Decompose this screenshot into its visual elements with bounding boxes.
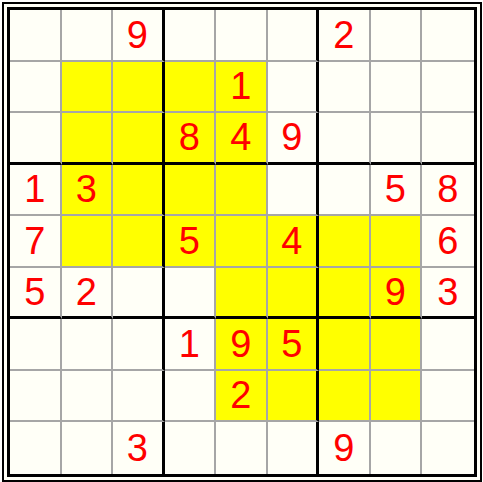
given-digit: 5 bbox=[385, 170, 406, 208]
cell-r5c6[interactable]: 4 bbox=[268, 216, 320, 268]
given-digit: 7 bbox=[24, 222, 45, 260]
cell-r1c5[interactable] bbox=[216, 10, 268, 62]
cell-r1c3[interactable]: 9 bbox=[113, 10, 165, 62]
cell-r7c4[interactable]: 1 bbox=[165, 319, 217, 371]
cell-r4c5[interactable] bbox=[216, 165, 268, 217]
cell-r7c2[interactable] bbox=[62, 319, 114, 371]
cell-r7c9[interactable] bbox=[422, 319, 474, 371]
given-digit: 1 bbox=[230, 67, 251, 105]
cell-r6c5[interactable] bbox=[216, 268, 268, 320]
given-digit: 5 bbox=[179, 222, 200, 260]
cell-r4c8[interactable]: 5 bbox=[371, 165, 423, 217]
cell-r2c4[interactable] bbox=[165, 62, 217, 114]
cell-r8c4[interactable] bbox=[165, 371, 217, 423]
cell-r6c6[interactable] bbox=[268, 268, 320, 320]
cell-r9c5[interactable] bbox=[216, 422, 268, 474]
given-digit: 9 bbox=[385, 273, 406, 311]
given-digit: 4 bbox=[230, 118, 251, 156]
given-digit: 9 bbox=[281, 118, 302, 156]
cell-r2c3[interactable] bbox=[113, 62, 165, 114]
cell-r9c3[interactable]: 3 bbox=[113, 422, 165, 474]
cell-r2c6[interactable] bbox=[268, 62, 320, 114]
cell-r3c8[interactable] bbox=[371, 113, 423, 165]
cell-r3c7[interactable] bbox=[319, 113, 371, 165]
cell-r6c2[interactable]: 2 bbox=[62, 268, 114, 320]
cell-r2c1[interactable] bbox=[10, 62, 62, 114]
cell-r8c2[interactable] bbox=[62, 371, 114, 423]
cell-r4c4[interactable] bbox=[165, 165, 217, 217]
cell-r2c2[interactable] bbox=[62, 62, 114, 114]
cell-r7c7[interactable] bbox=[319, 319, 371, 371]
cell-r8c1[interactable] bbox=[10, 371, 62, 423]
cell-r7c3[interactable] bbox=[113, 319, 165, 371]
cell-r6c3[interactable] bbox=[113, 268, 165, 320]
cell-r4c6[interactable] bbox=[268, 165, 320, 217]
cell-r5c2[interactable] bbox=[62, 216, 114, 268]
given-digit: 9 bbox=[127, 16, 148, 54]
cell-r6c7[interactable] bbox=[319, 268, 371, 320]
given-digit: 3 bbox=[437, 273, 458, 311]
cell-r1c1[interactable] bbox=[10, 10, 62, 62]
given-digit: 5 bbox=[24, 273, 45, 311]
cell-r3c2[interactable] bbox=[62, 113, 114, 165]
given-digit: 4 bbox=[281, 222, 302, 260]
cell-r3c4[interactable]: 8 bbox=[165, 113, 217, 165]
cell-r4c7[interactable] bbox=[319, 165, 371, 217]
cell-r6c8[interactable]: 9 bbox=[371, 268, 423, 320]
cell-r5c9[interactable]: 6 bbox=[422, 216, 474, 268]
cell-r9c7[interactable]: 9 bbox=[319, 422, 371, 474]
cell-r3c3[interactable] bbox=[113, 113, 165, 165]
cell-r1c6[interactable] bbox=[268, 10, 320, 62]
cell-r5c3[interactable] bbox=[113, 216, 165, 268]
cell-r3c1[interactable] bbox=[10, 113, 62, 165]
cell-r3c5[interactable]: 4 bbox=[216, 113, 268, 165]
sudoku-board-frame: 921849135875465293195239 bbox=[2, 2, 482, 482]
cell-r9c8[interactable] bbox=[371, 422, 423, 474]
cell-r5c1[interactable]: 7 bbox=[10, 216, 62, 268]
given-digit: 5 bbox=[281, 325, 302, 363]
cell-r1c7[interactable]: 2 bbox=[319, 10, 371, 62]
cell-r6c9[interactable]: 3 bbox=[422, 268, 474, 320]
cell-r7c5[interactable]: 9 bbox=[216, 319, 268, 371]
cell-r1c9[interactable] bbox=[422, 10, 474, 62]
given-digit: 9 bbox=[333, 429, 354, 467]
cell-r2c9[interactable] bbox=[422, 62, 474, 114]
cell-r5c7[interactable] bbox=[319, 216, 371, 268]
cell-r1c4[interactable] bbox=[165, 10, 217, 62]
cell-r7c1[interactable] bbox=[10, 319, 62, 371]
cell-r3c9[interactable] bbox=[422, 113, 474, 165]
given-digit: 8 bbox=[179, 118, 200, 156]
sudoku-board: 921849135875465293195239 bbox=[7, 7, 477, 477]
cell-r8c8[interactable] bbox=[371, 371, 423, 423]
cell-r9c9[interactable] bbox=[422, 422, 474, 474]
given-digit: 3 bbox=[127, 429, 148, 467]
cell-r8c3[interactable] bbox=[113, 371, 165, 423]
cell-r2c8[interactable] bbox=[371, 62, 423, 114]
cell-r5c8[interactable] bbox=[371, 216, 423, 268]
given-digit: 1 bbox=[179, 325, 200, 363]
cell-r1c8[interactable] bbox=[371, 10, 423, 62]
cell-r7c8[interactable] bbox=[371, 319, 423, 371]
given-digit: 2 bbox=[76, 273, 97, 311]
given-digit: 9 bbox=[230, 325, 251, 363]
cell-r2c5[interactable]: 1 bbox=[216, 62, 268, 114]
cell-r8c5[interactable]: 2 bbox=[216, 371, 268, 423]
cell-r4c9[interactable]: 8 bbox=[422, 165, 474, 217]
cell-r9c6[interactable] bbox=[268, 422, 320, 474]
cell-r9c2[interactable] bbox=[62, 422, 114, 474]
cell-r1c2[interactable] bbox=[62, 10, 114, 62]
cell-r6c1[interactable]: 5 bbox=[10, 268, 62, 320]
cell-r4c1[interactable]: 1 bbox=[10, 165, 62, 217]
cell-r8c7[interactable] bbox=[319, 371, 371, 423]
cell-r9c1[interactable] bbox=[10, 422, 62, 474]
given-digit: 2 bbox=[230, 376, 251, 414]
cell-r2c7[interactable] bbox=[319, 62, 371, 114]
given-digit: 6 bbox=[437, 222, 458, 260]
cell-r3c6[interactable]: 9 bbox=[268, 113, 320, 165]
cell-r7c6[interactable]: 5 bbox=[268, 319, 320, 371]
cell-r4c2[interactable]: 3 bbox=[62, 165, 114, 217]
given-digit: 2 bbox=[333, 16, 354, 54]
cell-r8c9[interactable] bbox=[422, 371, 474, 423]
cell-r9c4[interactable] bbox=[165, 422, 217, 474]
given-digit: 8 bbox=[437, 170, 458, 208]
cell-r8c6[interactable] bbox=[268, 371, 320, 423]
cell-r5c5[interactable] bbox=[216, 216, 268, 268]
cell-r4c3[interactable] bbox=[113, 165, 165, 217]
given-digit: 1 bbox=[24, 170, 45, 208]
cell-r5c4[interactable]: 5 bbox=[165, 216, 217, 268]
given-digit: 3 bbox=[76, 170, 97, 208]
cell-r6c4[interactable] bbox=[165, 268, 217, 320]
